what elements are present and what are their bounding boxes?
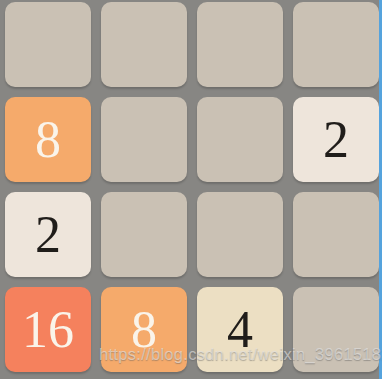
tile-8-r2c1: 8 <box>5 97 91 182</box>
2048-board[interactable]: 8221684 <box>5 2 379 372</box>
tile-2-r2c4: 2 <box>293 97 379 182</box>
empty-cell-r2c2 <box>101 97 187 182</box>
empty-cell-r4c4 <box>293 287 379 372</box>
tile-16-r4c1: 16 <box>5 287 91 372</box>
tile-4-r4c3: 4 <box>197 287 283 372</box>
game-screen: 8221684 https://blog.csdn.net/weixin_396… <box>0 0 382 379</box>
tile-2-r3c1: 2 <box>5 192 91 277</box>
empty-cell-r3c4 <box>293 192 379 277</box>
empty-cell-r2c3 <box>197 97 283 182</box>
empty-cell-r1c1 <box>5 2 91 87</box>
empty-cell-r3c3 <box>197 192 283 277</box>
empty-cell-r1c2 <box>101 2 187 87</box>
empty-cell-r3c2 <box>101 192 187 277</box>
empty-cell-r1c3 <box>197 2 283 87</box>
empty-cell-r1c4 <box>293 2 379 87</box>
tile-8-r4c2: 8 <box>101 287 187 372</box>
